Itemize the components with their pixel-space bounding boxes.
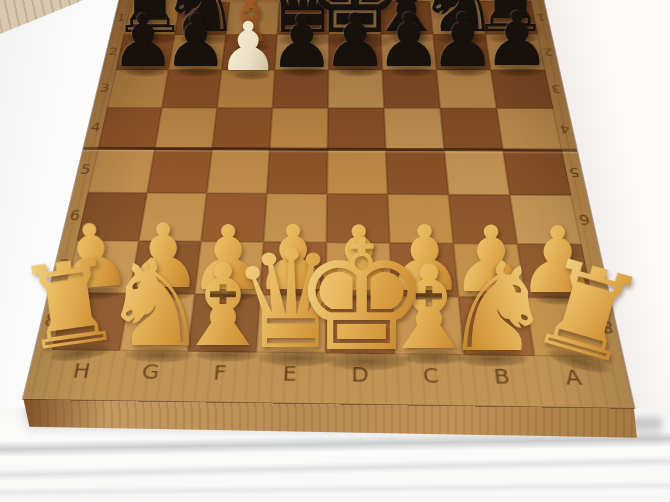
square-b7 xyxy=(453,243,525,297)
file-label-c: C xyxy=(395,354,469,400)
square-d7 xyxy=(326,242,392,296)
square-g2 xyxy=(168,35,225,70)
square-a1 xyxy=(480,1,538,34)
square-a4 xyxy=(497,108,562,150)
square-a6 xyxy=(510,195,582,244)
square-d2 xyxy=(328,34,382,69)
square-e1 xyxy=(277,2,329,35)
file-label-h: H xyxy=(42,350,120,395)
square-h6 xyxy=(77,192,147,240)
square-h8 xyxy=(52,293,130,351)
file-label-a: A xyxy=(534,356,614,403)
square-e8 xyxy=(256,295,326,354)
square-c8 xyxy=(392,296,464,355)
file-label-b: B xyxy=(464,355,541,401)
board-frame: 12345678 12345678 HGFEDCBA xyxy=(23,0,633,408)
file-label-f: F xyxy=(182,352,256,398)
square-g6 xyxy=(139,193,207,242)
file-label-e: E xyxy=(253,353,325,399)
square-d4 xyxy=(328,108,386,149)
square-b8 xyxy=(459,297,535,356)
square-b6 xyxy=(449,195,518,244)
file-label-g: G xyxy=(112,351,188,397)
square-b4 xyxy=(440,108,503,150)
square-f2 xyxy=(222,35,278,70)
square-d1 xyxy=(329,1,381,34)
square-g3 xyxy=(162,70,222,108)
square-c3 xyxy=(382,70,440,108)
file-label-d: D xyxy=(325,353,397,399)
square-f7 xyxy=(195,241,264,294)
square-c6 xyxy=(388,194,454,243)
square-f4 xyxy=(212,108,272,149)
square-b3 xyxy=(436,70,496,108)
square-h4 xyxy=(98,108,162,149)
square-f6 xyxy=(201,193,267,242)
square-f5 xyxy=(207,149,270,194)
square-c2 xyxy=(381,34,437,70)
square-b5 xyxy=(444,150,510,195)
chess-board xyxy=(52,1,605,357)
square-h5 xyxy=(88,148,155,192)
square-g7 xyxy=(130,241,201,294)
square-h3 xyxy=(107,70,168,108)
square-d5 xyxy=(327,149,388,194)
square-a7 xyxy=(517,244,592,298)
square-c5 xyxy=(386,149,449,194)
square-b2 xyxy=(433,34,491,70)
chess-set-photo: 12345678 12345678 HGFEDCBA ♜♞♝♛♚♝♞♜♟♟♟♟♟… xyxy=(0,0,670,502)
square-c7 xyxy=(390,243,459,297)
square-h1 xyxy=(124,2,181,35)
square-e3 xyxy=(272,70,328,108)
square-c1 xyxy=(379,1,433,34)
square-g4 xyxy=(155,108,217,149)
square-c4 xyxy=(384,108,444,150)
square-h7 xyxy=(65,240,139,293)
square-d3 xyxy=(328,70,384,108)
square-f8 xyxy=(188,294,260,353)
square-a2 xyxy=(485,34,545,70)
square-g8 xyxy=(120,293,195,351)
square-e6 xyxy=(264,194,327,243)
square-d6 xyxy=(326,194,389,243)
square-g5 xyxy=(147,149,212,194)
square-f3 xyxy=(217,70,275,108)
file-labels: HGFEDCBA xyxy=(42,350,615,403)
square-h2 xyxy=(116,35,175,70)
square-e2 xyxy=(275,34,329,69)
square-d8 xyxy=(325,295,394,354)
square-a3 xyxy=(491,70,554,109)
square-e7 xyxy=(260,242,326,295)
square-f1 xyxy=(226,2,280,35)
square-e4 xyxy=(270,108,328,149)
square-e5 xyxy=(267,149,328,194)
square-b1 xyxy=(430,1,486,34)
square-g1 xyxy=(175,2,230,35)
square-a5 xyxy=(503,150,571,195)
square-a8 xyxy=(525,297,605,357)
